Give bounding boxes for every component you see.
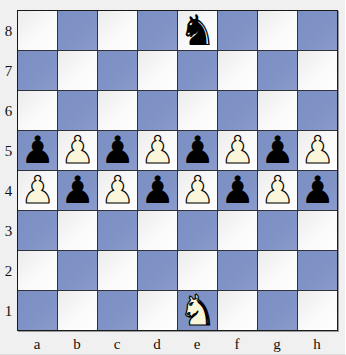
- square-b4[interactable]: ♟: [58, 171, 97, 210]
- black-pawn[interactable]: ♟: [60, 171, 94, 210]
- square-h2[interactable]: [298, 251, 337, 290]
- file-label-g: g: [257, 334, 297, 354]
- square-e7[interactable]: [178, 51, 217, 90]
- white-pawn[interactable]: ♟: [180, 171, 214, 210]
- square-a6[interactable]: [18, 91, 57, 130]
- rank-label-3: 3: [0, 211, 17, 251]
- white-pawn[interactable]: ♟: [260, 171, 294, 210]
- square-g7[interactable]: [258, 51, 297, 90]
- square-f8[interactable]: [218, 11, 257, 50]
- rank-label-7: 7: [0, 51, 17, 91]
- black-pawn[interactable]: ♟: [180, 131, 214, 170]
- square-d5[interactable]: ♟: [138, 131, 177, 170]
- square-h7[interactable]: [298, 51, 337, 90]
- rank-labels: 87654321: [0, 11, 17, 331]
- file-label-c: c: [97, 334, 137, 354]
- square-d2[interactable]: [138, 251, 177, 290]
- white-pawn[interactable]: ♟: [20, 171, 54, 210]
- square-e6[interactable]: [178, 91, 217, 130]
- white-pawn[interactable]: ♟: [140, 131, 174, 170]
- square-c4[interactable]: ♟: [98, 171, 137, 210]
- white-knight[interactable]: ♞: [179, 291, 217, 330]
- square-b1[interactable]: [58, 291, 97, 330]
- square-e8[interactable]: ♞: [178, 11, 217, 50]
- chess-diagram: 87654321 ♞♟♟♟♟♟♟♟♟♟♟♟♟♟♟♟♟♞ abcdefgh: [0, 0, 346, 355]
- square-c8[interactable]: [98, 11, 137, 50]
- square-f7[interactable]: [218, 51, 257, 90]
- square-d6[interactable]: [138, 91, 177, 130]
- square-f4[interactable]: ♟: [218, 171, 257, 210]
- file-label-d: d: [137, 334, 177, 354]
- file-label-f: f: [217, 334, 257, 354]
- file-label-a: a: [17, 334, 57, 354]
- square-f3[interactable]: [218, 211, 257, 250]
- square-f1[interactable]: [218, 291, 257, 330]
- square-c5[interactable]: ♟: [98, 131, 137, 170]
- square-b5[interactable]: ♟: [58, 131, 97, 170]
- rank-label-2: 2: [0, 251, 17, 291]
- square-h4[interactable]: ♟: [298, 171, 337, 210]
- square-a1[interactable]: [18, 291, 57, 330]
- white-pawn[interactable]: ♟: [300, 131, 334, 170]
- square-g8[interactable]: [258, 11, 297, 50]
- black-pawn[interactable]: ♟: [140, 171, 174, 210]
- square-d1[interactable]: [138, 291, 177, 330]
- square-c2[interactable]: [98, 251, 137, 290]
- black-pawn[interactable]: ♟: [300, 171, 334, 210]
- square-g6[interactable]: [258, 91, 297, 130]
- rank-label-1: 1: [0, 291, 17, 331]
- square-g1[interactable]: [258, 291, 297, 330]
- file-label-e: e: [177, 334, 217, 354]
- rank-label-4: 4: [0, 171, 17, 211]
- square-h3[interactable]: [298, 211, 337, 250]
- square-h1[interactable]: [298, 291, 337, 330]
- chess-board: ♞♟♟♟♟♟♟♟♟♟♟♟♟♟♟♟♟♞: [17, 10, 338, 331]
- file-label-h: h: [297, 334, 337, 354]
- square-e2[interactable]: [178, 251, 217, 290]
- square-a2[interactable]: [18, 251, 57, 290]
- square-a8[interactable]: [18, 11, 57, 50]
- square-g5[interactable]: ♟: [258, 131, 297, 170]
- square-b6[interactable]: [58, 91, 97, 130]
- square-d3[interactable]: [138, 211, 177, 250]
- square-e1[interactable]: ♞: [178, 291, 217, 330]
- square-e4[interactable]: ♟: [178, 171, 217, 210]
- white-pawn[interactable]: ♟: [60, 131, 94, 170]
- square-g3[interactable]: [258, 211, 297, 250]
- square-b7[interactable]: [58, 51, 97, 90]
- square-c6[interactable]: [98, 91, 137, 130]
- square-f2[interactable]: [218, 251, 257, 290]
- rank-label-5: 5: [0, 131, 17, 171]
- square-f5[interactable]: ♟: [218, 131, 257, 170]
- square-c3[interactable]: [98, 211, 137, 250]
- black-knight[interactable]: ♞: [179, 11, 217, 50]
- square-e3[interactable]: [178, 211, 217, 250]
- square-g4[interactable]: ♟: [258, 171, 297, 210]
- white-pawn[interactable]: ♟: [220, 131, 254, 170]
- black-pawn[interactable]: ♟: [100, 131, 134, 170]
- square-e5[interactable]: ♟: [178, 131, 217, 170]
- rank-label-8: 8: [0, 11, 17, 51]
- square-h5[interactable]: ♟: [298, 131, 337, 170]
- black-pawn[interactable]: ♟: [260, 131, 294, 170]
- square-g2[interactable]: [258, 251, 297, 290]
- file-labels: abcdefgh: [17, 334, 337, 354]
- square-h8[interactable]: [298, 11, 337, 50]
- square-b2[interactable]: [58, 251, 97, 290]
- square-d8[interactable]: [138, 11, 177, 50]
- square-d7[interactable]: [138, 51, 177, 90]
- file-label-b: b: [57, 334, 97, 354]
- black-pawn[interactable]: ♟: [20, 131, 54, 170]
- square-f6[interactable]: [218, 91, 257, 130]
- square-d4[interactable]: ♟: [138, 171, 177, 210]
- square-a3[interactable]: [18, 211, 57, 250]
- square-a4[interactable]: ♟: [18, 171, 57, 210]
- black-pawn[interactable]: ♟: [220, 171, 254, 210]
- square-h6[interactable]: [298, 91, 337, 130]
- square-b8[interactable]: [58, 11, 97, 50]
- square-a7[interactable]: [18, 51, 57, 90]
- white-pawn[interactable]: ♟: [100, 171, 134, 210]
- square-c1[interactable]: [98, 291, 137, 330]
- rank-label-6: 6: [0, 91, 17, 131]
- square-c7[interactable]: [98, 51, 137, 90]
- square-a5[interactable]: ♟: [18, 131, 57, 170]
- square-b3[interactable]: [58, 211, 97, 250]
